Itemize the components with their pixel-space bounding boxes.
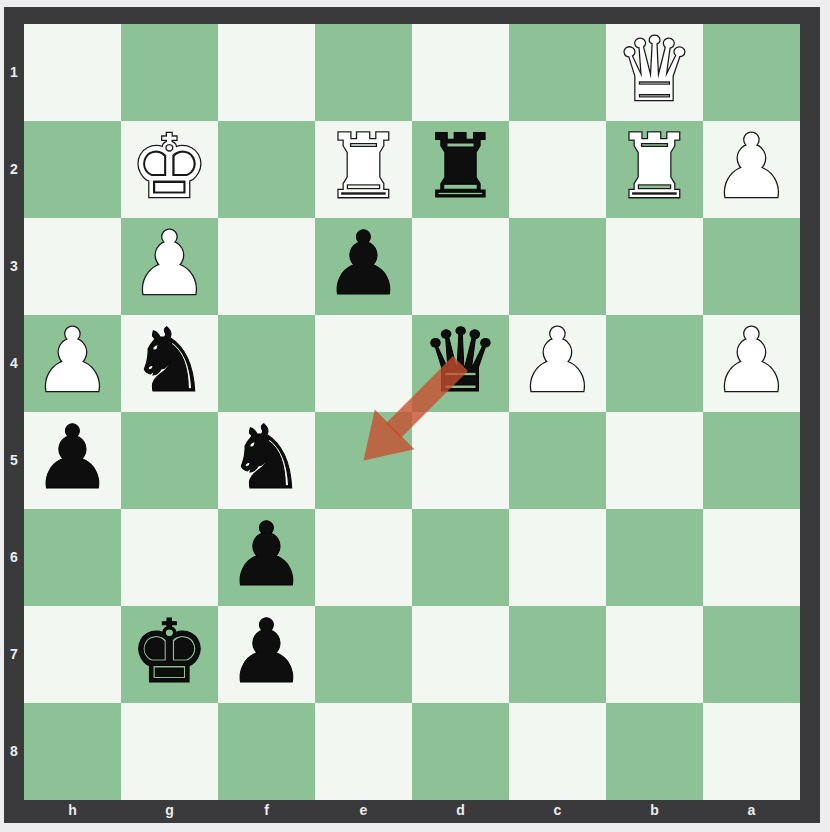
- square-f1[interactable]: [218, 24, 315, 121]
- white-pawn-a2[interactable]: ♟: [712, 118, 791, 215]
- square-c4[interactable]: ♟: [509, 315, 606, 412]
- white-pawn-a4[interactable]: ♟: [712, 312, 791, 409]
- square-g3[interactable]: ♟: [121, 218, 218, 315]
- black-pawn-f6[interactable]: ♟: [227, 506, 306, 603]
- square-h5[interactable]: ♟: [24, 412, 121, 509]
- square-e5[interactable]: [315, 412, 412, 509]
- white-pawn-c4[interactable]: ♟: [518, 312, 597, 409]
- square-e4[interactable]: [315, 315, 412, 412]
- black-knight-f5[interactable]: ♞: [227, 409, 306, 506]
- square-h8[interactable]: [24, 703, 121, 800]
- square-h1[interactable]: [24, 24, 121, 121]
- square-c2[interactable]: [509, 121, 606, 218]
- square-b3[interactable]: [606, 218, 703, 315]
- square-d7[interactable]: [412, 606, 509, 703]
- black-knight-g4[interactable]: ♞: [130, 312, 209, 409]
- chess-board: ♛♚♜♜♜♟♟♟♟♞♛♟♟♟♞♟♚♟: [24, 24, 800, 800]
- file-label-f: f: [218, 800, 315, 823]
- file-label-b: b: [606, 800, 703, 823]
- square-d2[interactable]: ♜: [412, 121, 509, 218]
- white-pawn-g3[interactable]: ♟: [130, 215, 209, 312]
- square-c8[interactable]: [509, 703, 606, 800]
- black-pawn-e3[interactable]: ♟: [324, 215, 403, 312]
- white-rook-b2[interactable]: ♜: [615, 118, 694, 215]
- black-pawn-h5[interactable]: ♟: [33, 409, 112, 506]
- square-b8[interactable]: [606, 703, 703, 800]
- white-rook-e2[interactable]: ♜: [324, 118, 403, 215]
- square-d1[interactable]: [412, 24, 509, 121]
- square-g2[interactable]: ♚: [121, 121, 218, 218]
- rank-label-1: 1: [4, 24, 24, 121]
- square-d5[interactable]: [412, 412, 509, 509]
- black-queen-d4[interactable]: ♛: [421, 312, 500, 409]
- rank-label-5: 5: [4, 412, 24, 509]
- board-frame: ♛♚♜♜♜♟♟♟♟♞♛♟♟♟♞♟♚♟ 12345678 hgfedcba: [4, 7, 820, 823]
- square-f3[interactable]: [218, 218, 315, 315]
- square-a7[interactable]: [703, 606, 800, 703]
- rank-label-8: 8: [4, 703, 24, 800]
- square-a3[interactable]: [703, 218, 800, 315]
- square-g7[interactable]: ♚: [121, 606, 218, 703]
- square-a1[interactable]: [703, 24, 800, 121]
- square-g5[interactable]: [121, 412, 218, 509]
- square-h2[interactable]: [24, 121, 121, 218]
- square-c5[interactable]: [509, 412, 606, 509]
- square-e1[interactable]: [315, 24, 412, 121]
- square-a2[interactable]: ♟: [703, 121, 800, 218]
- square-f2[interactable]: [218, 121, 315, 218]
- square-g6[interactable]: [121, 509, 218, 606]
- square-b2[interactable]: ♜: [606, 121, 703, 218]
- square-f8[interactable]: [218, 703, 315, 800]
- square-f7[interactable]: ♟: [218, 606, 315, 703]
- file-label-h: h: [24, 800, 121, 823]
- square-h7[interactable]: [24, 606, 121, 703]
- square-b1[interactable]: ♛: [606, 24, 703, 121]
- white-king-g2[interactable]: ♚: [130, 118, 209, 215]
- white-queen-b1[interactable]: ♛: [615, 21, 694, 118]
- rank-label-2: 2: [4, 121, 24, 218]
- square-g8[interactable]: [121, 703, 218, 800]
- square-b6[interactable]: [606, 509, 703, 606]
- black-pawn-f7[interactable]: ♟: [227, 603, 306, 700]
- file-label-g: g: [121, 800, 218, 823]
- file-label-d: d: [412, 800, 509, 823]
- black-king-g7[interactable]: ♚: [130, 603, 209, 700]
- square-h6[interactable]: [24, 509, 121, 606]
- file-label-a: a: [703, 800, 800, 823]
- square-c3[interactable]: [509, 218, 606, 315]
- file-label-e: e: [315, 800, 412, 823]
- square-f6[interactable]: ♟: [218, 509, 315, 606]
- file-label-c: c: [509, 800, 606, 823]
- square-e2[interactable]: ♜: [315, 121, 412, 218]
- square-d4[interactable]: ♛: [412, 315, 509, 412]
- square-g4[interactable]: ♞: [121, 315, 218, 412]
- square-c6[interactable]: [509, 509, 606, 606]
- rank-label-4: 4: [4, 315, 24, 412]
- rank-label-7: 7: [4, 606, 24, 703]
- square-d6[interactable]: [412, 509, 509, 606]
- square-d8[interactable]: [412, 703, 509, 800]
- square-f4[interactable]: [218, 315, 315, 412]
- square-f5[interactable]: ♞: [218, 412, 315, 509]
- square-a4[interactable]: ♟: [703, 315, 800, 412]
- square-d3[interactable]: [412, 218, 509, 315]
- square-e6[interactable]: [315, 509, 412, 606]
- square-h3[interactable]: [24, 218, 121, 315]
- square-h4[interactable]: ♟: [24, 315, 121, 412]
- square-b5[interactable]: [606, 412, 703, 509]
- square-g1[interactable]: [121, 24, 218, 121]
- square-c1[interactable]: [509, 24, 606, 121]
- square-a6[interactable]: [703, 509, 800, 606]
- square-e8[interactable]: [315, 703, 412, 800]
- square-b7[interactable]: [606, 606, 703, 703]
- square-a5[interactable]: [703, 412, 800, 509]
- square-e3[interactable]: ♟: [315, 218, 412, 315]
- white-pawn-h4[interactable]: ♟: [33, 312, 112, 409]
- square-c7[interactable]: [509, 606, 606, 703]
- square-e7[interactable]: [315, 606, 412, 703]
- square-b4[interactable]: [606, 315, 703, 412]
- square-a8[interactable]: [703, 703, 800, 800]
- black-rook-d2[interactable]: ♜: [421, 118, 500, 215]
- rank-label-3: 3: [4, 218, 24, 315]
- rank-label-6: 6: [4, 509, 24, 606]
